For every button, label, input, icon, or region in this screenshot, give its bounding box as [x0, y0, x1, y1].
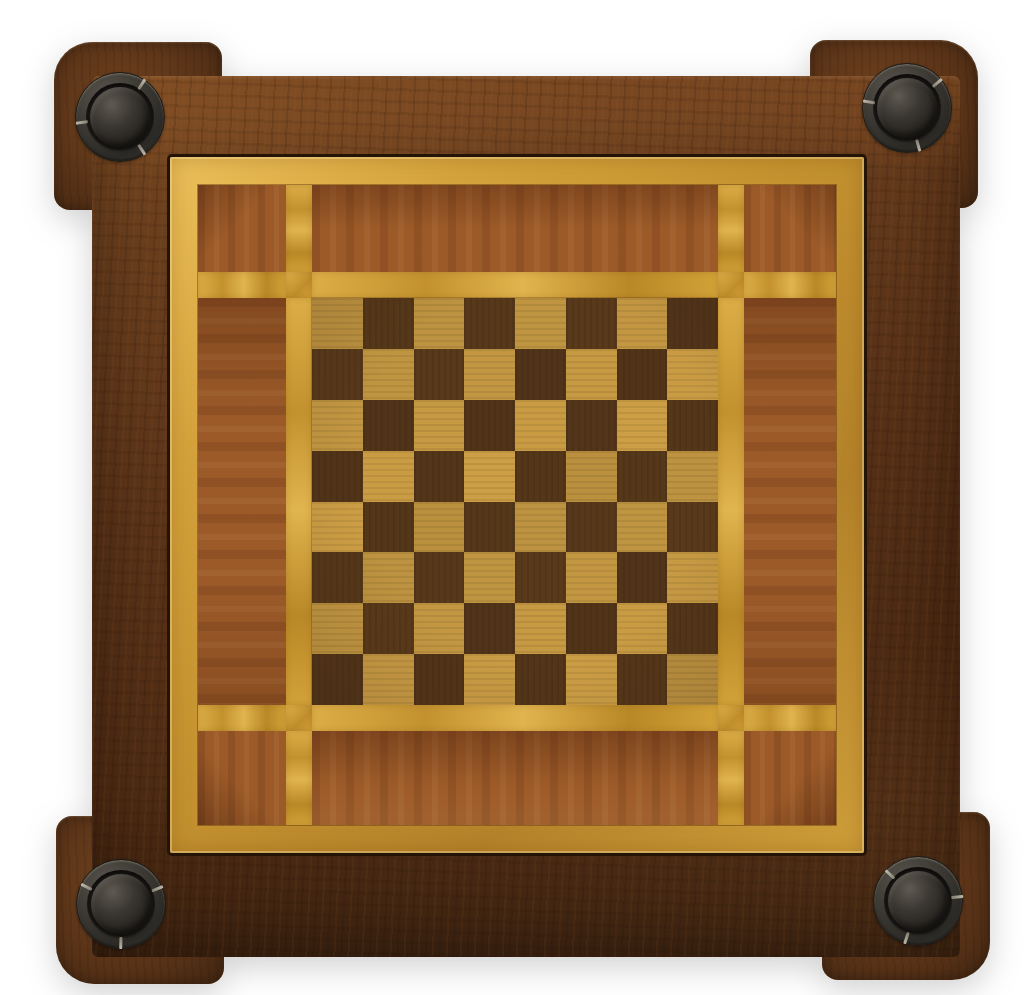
- cup-rim-notch: [862, 99, 874, 104]
- cup-holder-bottom-left: [76, 859, 166, 949]
- inlay-gold-strip: [198, 705, 286, 731]
- square-d3: [464, 552, 515, 603]
- square-e7: [515, 349, 566, 400]
- square-c4: [414, 502, 465, 553]
- inlay-gold-strip: [286, 731, 312, 825]
- inlay-gold-strip-cross: [286, 272, 312, 298]
- square-f3: [566, 552, 617, 603]
- square-d8: [464, 298, 515, 349]
- cup-rim-notch: [119, 937, 122, 949]
- inlay-gold-strip: [198, 272, 286, 298]
- inlay-corner-block-bottom-left: [198, 731, 286, 825]
- square-a8: [312, 298, 363, 349]
- square-h1: [667, 654, 718, 705]
- square-c8: [414, 298, 465, 349]
- cup-dome: [91, 874, 151, 934]
- square-g2: [617, 603, 668, 654]
- cup-rim-notch: [931, 78, 942, 88]
- square-b2: [363, 603, 414, 654]
- square-e6: [515, 400, 566, 451]
- square-a6: [312, 400, 363, 451]
- cup-rim-notch: [915, 139, 921, 151]
- inlay-gold-strip-cross: [286, 705, 312, 731]
- square-c5: [414, 451, 465, 502]
- square-f5: [566, 451, 617, 502]
- square-e5: [515, 451, 566, 502]
- square-e4: [515, 502, 566, 553]
- inlay-field: [198, 185, 836, 825]
- square-h7: [667, 349, 718, 400]
- cup-holder-bottom-right: [873, 856, 963, 946]
- square-b7: [363, 349, 414, 400]
- square-c1: [414, 654, 465, 705]
- square-d2: [464, 603, 515, 654]
- square-e1: [515, 654, 566, 705]
- square-g1: [617, 654, 668, 705]
- square-g5: [617, 451, 668, 502]
- cup-dome: [877, 78, 937, 138]
- square-e2: [515, 603, 566, 654]
- square-f4: [566, 502, 617, 553]
- square-d6: [464, 400, 515, 451]
- inlay-rail-left: [198, 298, 286, 705]
- square-g4: [617, 502, 668, 553]
- square-d4: [464, 502, 515, 553]
- cup-rim-notch: [903, 932, 910, 944]
- square-h2: [667, 603, 718, 654]
- inlay-gold-strip: [744, 705, 836, 731]
- square-b5: [363, 451, 414, 502]
- inlay-rail-bottom: [312, 731, 718, 825]
- inlay-rail-right: [744, 298, 836, 705]
- square-b6: [363, 400, 414, 451]
- inlay-gold-strip: [286, 185, 312, 272]
- square-g7: [617, 349, 668, 400]
- square-d5: [464, 451, 515, 502]
- square-e3: [515, 552, 566, 603]
- inlay-gold-strip-cross: [718, 272, 744, 298]
- square-a3: [312, 552, 363, 603]
- cup-rim-notch: [151, 885, 163, 892]
- cup-rim-notch: [951, 895, 963, 899]
- square-f7: [566, 349, 617, 400]
- square-c6: [414, 400, 465, 451]
- square-f2: [566, 603, 617, 654]
- cup-rim-notch: [137, 144, 146, 156]
- square-h3: [667, 552, 718, 603]
- cup-dome: [888, 871, 948, 931]
- square-b3: [363, 552, 414, 603]
- square-a7: [312, 349, 363, 400]
- square-a1: [312, 654, 363, 705]
- square-d7: [464, 349, 515, 400]
- square-g8: [617, 298, 668, 349]
- inlay-gold-strip: [286, 298, 312, 705]
- game-table: [0, 0, 1024, 995]
- inlay-gold-strip: [744, 272, 836, 298]
- square-c3: [414, 552, 465, 603]
- cup-holder-top-right: [862, 63, 952, 153]
- cup-rim-notch: [137, 78, 146, 90]
- square-b4: [363, 502, 414, 553]
- inlay-gold-strip-cross: [718, 705, 744, 731]
- square-c2: [414, 603, 465, 654]
- inlay-gold-strip: [718, 185, 744, 272]
- cup-rim-notch: [75, 120, 87, 125]
- square-b8: [363, 298, 414, 349]
- cup-dome: [90, 87, 150, 147]
- cup-holder-top-left: [75, 72, 165, 162]
- square-f1: [566, 654, 617, 705]
- square-g3: [617, 552, 668, 603]
- square-a5: [312, 451, 363, 502]
- inlay-gold-strip: [312, 705, 718, 731]
- square-h4: [667, 502, 718, 553]
- square-d1: [464, 654, 515, 705]
- square-a4: [312, 502, 363, 553]
- inlaid-game-panel: [170, 157, 864, 853]
- inlay-corner-block-bottom-right: [744, 731, 836, 825]
- product-photo-scene: [0, 0, 1024, 995]
- cup-rim-notch: [884, 869, 895, 879]
- square-h5: [667, 451, 718, 502]
- square-b1: [363, 654, 414, 705]
- inlay-gold-strip: [718, 298, 744, 705]
- square-a2: [312, 603, 363, 654]
- inlay-gold-strip: [718, 731, 744, 825]
- square-g6: [617, 400, 668, 451]
- square-h8: [667, 298, 718, 349]
- square-f6: [566, 400, 617, 451]
- cup-rim-notch: [80, 883, 92, 891]
- square-e8: [515, 298, 566, 349]
- square-c7: [414, 349, 465, 400]
- inlay-gold-strip: [312, 272, 718, 298]
- inlay-rail-top: [312, 185, 718, 272]
- checkerboard: [312, 298, 718, 705]
- square-h6: [667, 400, 718, 451]
- inlay-corner-block-top-right: [744, 185, 836, 272]
- square-f8: [566, 298, 617, 349]
- inlay-corner-block-top-left: [198, 185, 286, 272]
